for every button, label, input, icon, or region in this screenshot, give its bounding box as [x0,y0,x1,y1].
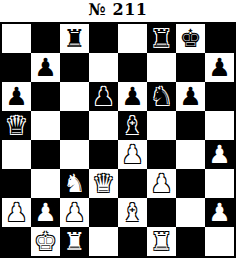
square-d6: ♟ [89,82,118,111]
square-d1 [89,227,118,256]
square-c3: ♞ [60,169,89,198]
square-c5 [60,111,89,140]
chess-board: ♜♜♚♟♟♟♟♟♞♟♛♝♟♟♞♛♟♟♟♟♝♟♚♜♜ [0,22,236,258]
square-a8 [2,24,31,53]
square-f3: ♟ [147,169,176,198]
piece-black-pawn: ♟ [34,53,56,82]
puzzle-number-title: № 211 [0,0,236,22]
square-f6: ♞ [147,82,176,111]
square-c8: ♜ [60,24,89,53]
square-d4 [89,140,118,169]
square-g1 [176,227,205,256]
square-h3 [205,169,234,198]
square-a6: ♟ [2,82,31,111]
piece-black-pawn: ♟ [179,82,201,111]
piece-white-pawn: ♟ [63,198,85,227]
piece-white-knight: ♞ [63,169,85,198]
square-c1: ♜ [60,227,89,256]
square-b1: ♚ [31,227,60,256]
piece-black-rook: ♜ [150,24,172,53]
piece-black-pawn: ♟ [92,82,114,111]
square-e1 [118,227,147,256]
square-e6: ♟ [118,82,147,111]
square-a1 [2,227,31,256]
square-b2: ♟ [31,198,60,227]
square-g7 [176,53,205,82]
square-g3 [176,169,205,198]
piece-white-rook: ♜ [63,227,85,256]
piece-black-pawn: ♟ [121,82,143,111]
piece-black-bishop: ♝ [121,111,143,140]
square-b6 [31,82,60,111]
square-e5: ♝ [118,111,147,140]
square-b3 [31,169,60,198]
square-a2: ♟ [2,198,31,227]
square-h1 [205,227,234,256]
square-d5 [89,111,118,140]
piece-white-pawn: ♟ [34,198,56,227]
piece-white-bishop: ♝ [121,198,143,227]
square-e4: ♟ [118,140,147,169]
square-a4 [2,140,31,169]
square-c2: ♟ [60,198,89,227]
square-b7: ♟ [31,53,60,82]
square-h4: ♟ [205,140,234,169]
square-a7 [2,53,31,82]
square-h5 [205,111,234,140]
square-f1: ♜ [147,227,176,256]
square-h2: ♟ [205,198,234,227]
square-h6 [205,82,234,111]
piece-white-pawn: ♟ [121,140,143,169]
square-h7: ♟ [205,53,234,82]
square-f7 [147,53,176,82]
square-g5 [176,111,205,140]
piece-black-pawn: ♟ [5,82,27,111]
square-h8 [205,24,234,53]
chess-diagram: № 211 ♜♜♚♟♟♟♟♟♞♟♛♝♟♟♞♛♟♟♟♟♝♟♚♜♜ [0,0,236,258]
piece-white-pawn: ♟ [208,140,230,169]
square-f8: ♜ [147,24,176,53]
piece-white-king: ♚ [34,227,56,256]
piece-white-queen: ♛ [92,169,114,198]
square-g2 [176,198,205,227]
square-e2: ♝ [118,198,147,227]
square-d3: ♛ [89,169,118,198]
piece-black-knight: ♞ [150,82,172,111]
piece-black-king: ♚ [179,24,201,53]
piece-black-rook: ♜ [63,24,85,53]
piece-black-pawn: ♟ [208,53,230,82]
square-d8 [89,24,118,53]
square-e7 [118,53,147,82]
square-g8: ♚ [176,24,205,53]
piece-white-pawn: ♟ [150,169,172,198]
square-d7 [89,53,118,82]
square-e3 [118,169,147,198]
square-c6 [60,82,89,111]
piece-white-rook: ♜ [150,227,172,256]
square-c7 [60,53,89,82]
piece-white-pawn: ♟ [5,198,27,227]
piece-white-pawn: ♟ [208,198,230,227]
square-g4 [176,140,205,169]
square-g6: ♟ [176,82,205,111]
square-f5 [147,111,176,140]
square-f4 [147,140,176,169]
square-e8 [118,24,147,53]
piece-black-queen: ♛ [5,111,27,140]
square-c4 [60,140,89,169]
square-d2 [89,198,118,227]
square-a5: ♛ [2,111,31,140]
square-b4 [31,140,60,169]
square-a3 [2,169,31,198]
square-f2 [147,198,176,227]
square-b8 [31,24,60,53]
square-b5 [31,111,60,140]
